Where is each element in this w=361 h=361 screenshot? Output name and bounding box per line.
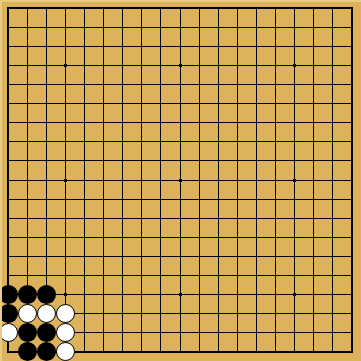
go-board[interactable] — [0, 0, 361, 361]
board-edge-highlight-top — [0, 0, 361, 2]
stone-white-D2[interactable] — [56, 323, 75, 342]
star-point — [64, 64, 67, 67]
stone-black-C2[interactable] — [37, 323, 56, 342]
star-point — [293, 179, 296, 182]
stone-white-D3[interactable] — [56, 304, 75, 323]
grid-line-vertical — [332, 8, 333, 351]
grid-line-vertical — [218, 8, 219, 351]
stone-white-D1[interactable] — [56, 342, 75, 361]
grid-line-vertical — [199, 8, 200, 351]
stone-black-B4[interactable] — [18, 285, 37, 304]
star-point — [179, 64, 182, 67]
grid-line-horizontal — [8, 199, 351, 200]
board-edge-highlight-left — [0, 0, 2, 361]
grid-line-horizontal — [8, 237, 351, 238]
stone-black-B1[interactable] — [18, 342, 37, 361]
stone-black-B2[interactable] — [18, 323, 37, 342]
grid-line-horizontal — [8, 218, 351, 219]
star-point — [64, 293, 67, 296]
star-point — [179, 293, 182, 296]
star-point — [64, 179, 67, 182]
grid-line-vertical — [313, 8, 314, 351]
stone-black-C4[interactable] — [37, 285, 56, 304]
star-point — [293, 293, 296, 296]
stone-white-B3[interactable] — [18, 304, 37, 323]
grid-line-vertical — [256, 8, 257, 351]
grid-line-horizontal — [8, 256, 351, 257]
stone-white-A2[interactable] — [0, 323, 18, 342]
star-point — [179, 179, 182, 182]
grid-line-horizontal — [8, 275, 351, 276]
stone-black-A3[interactable] — [0, 304, 18, 323]
stone-black-C1[interactable] — [37, 342, 56, 361]
star-point — [293, 64, 296, 67]
grid-line-vertical — [237, 8, 238, 351]
stone-white-C3[interactable] — [37, 304, 56, 323]
stone-black-A4[interactable] — [0, 285, 18, 304]
grid-line-vertical — [275, 8, 276, 351]
